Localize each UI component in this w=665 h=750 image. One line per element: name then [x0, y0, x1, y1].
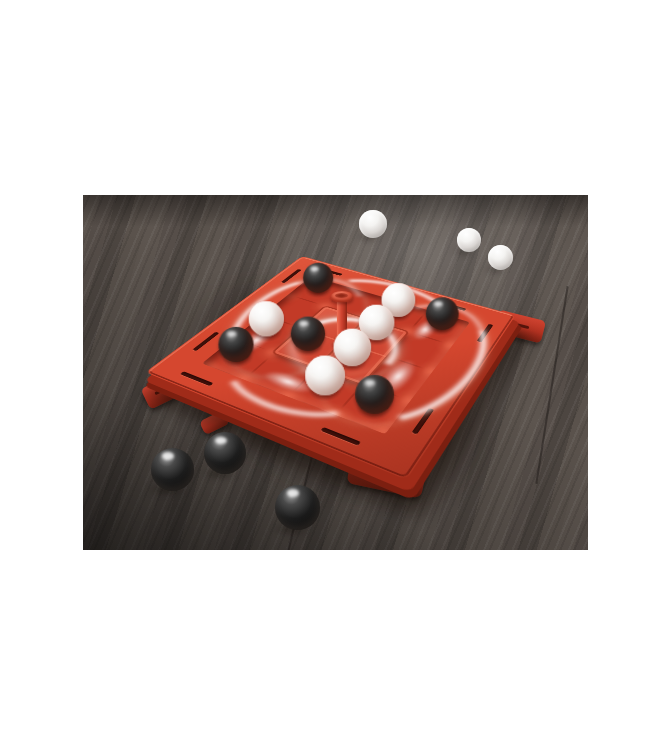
knob-top [331, 291, 353, 302]
marble-sphere [218, 327, 253, 362]
white-marble-loose[interactable] [457, 228, 481, 252]
marble-sphere [290, 316, 324, 350]
white-marble-loose[interactable] [488, 245, 513, 270]
black-marble-loose[interactable] [204, 432, 246, 474]
frame-slit [411, 408, 434, 435]
marble-sphere [248, 301, 283, 336]
marble-sphere [425, 297, 458, 330]
frame-slit [320, 427, 361, 446]
cell-r0c3[interactable] [407, 310, 470, 346]
frame-slit [281, 269, 302, 283]
black-marble-loose[interactable] [275, 485, 320, 530]
frame-slit [180, 371, 214, 386]
page [0, 0, 665, 750]
product-photo [83, 195, 588, 550]
black-marble-loose[interactable] [151, 448, 194, 491]
frame-slit [192, 332, 219, 351]
frame-slit [477, 324, 494, 343]
marble-sphere [303, 263, 333, 293]
marble-sphere [354, 375, 393, 414]
white-marble-loose[interactable] [359, 210, 387, 238]
marble-sphere [304, 355, 344, 395]
